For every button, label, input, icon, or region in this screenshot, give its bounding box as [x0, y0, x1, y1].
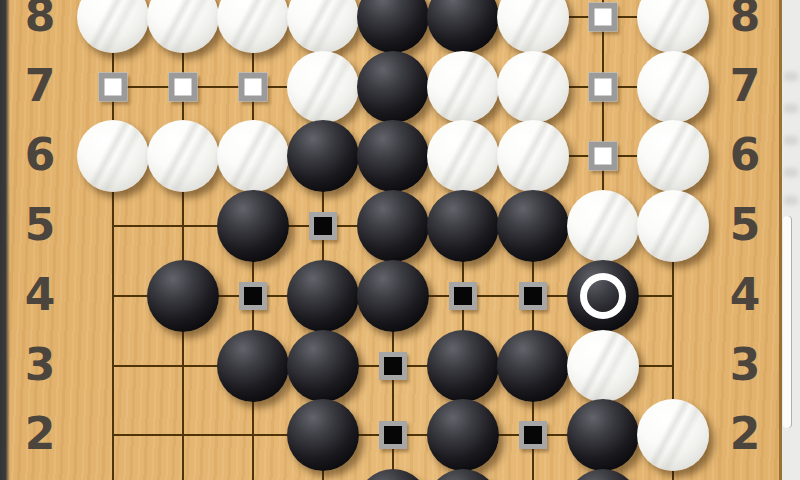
territory-marker-white-C7[interactable] [239, 72, 268, 101]
stone-white-G7[interactable] [497, 51, 569, 123]
stone-black-F2[interactable] [427, 399, 499, 471]
coord-label-right-4: 4 [730, 273, 761, 317]
territory-marker-black-C4[interactable] [239, 282, 267, 310]
coord-label-left-6: 6 [25, 134, 56, 178]
territory-marker-black-E2[interactable] [379, 421, 407, 449]
stone-black-D2[interactable] [287, 399, 359, 471]
stone-black-H1[interactable] [567, 469, 639, 480]
stone-white-J5[interactable] [637, 190, 709, 262]
territory-marker-black-D5[interactable] [309, 212, 337, 240]
stone-white-G6[interactable] [497, 120, 569, 192]
stone-black-F8[interactable] [427, 0, 499, 53]
stone-white-A6[interactable] [77, 120, 149, 192]
coord-label-left-7: 7 [25, 64, 56, 108]
stone-black-F3[interactable] [427, 330, 499, 402]
coord-label-left-2: 2 [25, 412, 56, 456]
territory-marker-white-H7[interactable] [589, 72, 618, 101]
territory-marker-white-H6[interactable] [589, 142, 618, 171]
blurred-ui-smudge [784, 196, 798, 205]
stone-black-E7[interactable] [357, 51, 429, 123]
stone-white-B8[interactable] [147, 0, 219, 53]
stone-white-C8[interactable] [217, 0, 289, 53]
stone-black-E5[interactable] [357, 190, 429, 262]
coord-label-right-5: 5 [730, 203, 761, 247]
blurred-ui-smudge [784, 104, 798, 113]
coord-label-left-8: 8 [25, 0, 56, 38]
stone-white-A8[interactable] [77, 0, 149, 53]
stone-white-J7[interactable] [637, 51, 709, 123]
scrollbar-thumb[interactable] [783, 216, 791, 428]
coord-label-right-3: 3 [730, 343, 761, 387]
territory-marker-black-F4[interactable] [449, 282, 477, 310]
blurred-ui-smudge [784, 136, 798, 145]
stone-white-C6[interactable] [217, 120, 289, 192]
stone-black-C5[interactable] [217, 190, 289, 262]
stone-white-J2[interactable] [637, 399, 709, 471]
stone-white-D7[interactable] [287, 51, 359, 123]
stone-black-H2[interactable] [567, 399, 639, 471]
stone-white-J8[interactable] [637, 0, 709, 53]
stone-black-D6[interactable] [287, 120, 359, 192]
blurred-ui-smudge [784, 168, 798, 177]
stone-black-G5[interactable] [497, 190, 569, 262]
stone-white-F7[interactable] [427, 51, 499, 123]
stone-black-F1[interactable] [427, 469, 499, 480]
coord-label-left-5: 5 [25, 203, 56, 247]
stone-white-G8[interactable] [497, 0, 569, 53]
go-app-screenshot: 88776655443322 [0, 0, 800, 480]
stone-black-E8[interactable] [357, 0, 429, 53]
stone-black-D3[interactable] [287, 330, 359, 402]
go-board[interactable]: 88776655443322 [0, 0, 800, 480]
territory-marker-white-A7[interactable] [99, 72, 128, 101]
territory-marker-white-B7[interactable] [169, 72, 198, 101]
stone-black-E1[interactable] [357, 469, 429, 480]
stone-white-D8[interactable] [287, 0, 359, 53]
stone-black-H4[interactable] [567, 260, 639, 332]
stone-black-E6[interactable] [357, 120, 429, 192]
last-move-circle-icon [580, 273, 626, 319]
stone-black-D4[interactable] [287, 260, 359, 332]
stone-white-F6[interactable] [427, 120, 499, 192]
coord-label-right-2: 2 [730, 412, 761, 456]
stone-black-G3[interactable] [497, 330, 569, 402]
stone-black-E4[interactable] [357, 260, 429, 332]
coord-label-right-8: 8 [730, 0, 761, 38]
stone-white-B6[interactable] [147, 120, 219, 192]
stone-white-H5[interactable] [567, 190, 639, 262]
stone-black-F5[interactable] [427, 190, 499, 262]
coord-label-left-3: 3 [25, 343, 56, 387]
right-panel [782, 0, 800, 480]
territory-marker-black-E3[interactable] [379, 352, 407, 380]
blurred-ui-smudge [784, 72, 798, 81]
coord-label-left-4: 4 [25, 273, 56, 317]
coord-label-right-6: 6 [730, 134, 761, 178]
stone-white-H3[interactable] [567, 330, 639, 402]
coord-label-right-7: 7 [730, 64, 761, 108]
territory-marker-black-G4[interactable] [519, 282, 547, 310]
stone-black-B4[interactable] [147, 260, 219, 332]
left-edge-strip [0, 0, 10, 480]
stone-white-J6[interactable] [637, 120, 709, 192]
territory-marker-black-G2[interactable] [519, 421, 547, 449]
stone-black-C3[interactable] [217, 330, 289, 402]
territory-marker-white-H8[interactable] [589, 3, 618, 32]
